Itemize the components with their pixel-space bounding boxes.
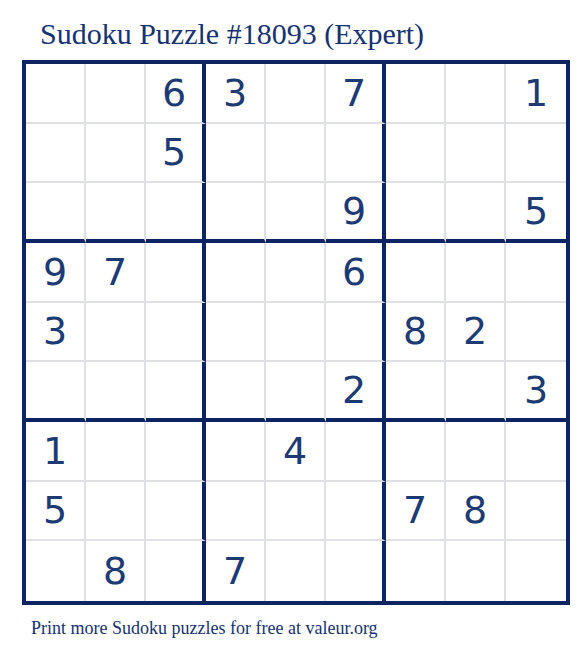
cell-r5c7[interactable]: 8 [386, 303, 446, 363]
cell-r3c3[interactable] [146, 183, 206, 243]
cell-r1c8[interactable] [446, 64, 506, 124]
cell-r2c6[interactable] [326, 124, 386, 184]
cell-r8c5[interactable] [266, 482, 326, 542]
cell-r1c7[interactable] [386, 64, 446, 124]
cell-r5c4[interactable] [206, 303, 266, 363]
cell-r8c7[interactable]: 7 [386, 482, 446, 542]
cell-r7c3[interactable] [146, 422, 206, 482]
cell-r5c5[interactable] [266, 303, 326, 363]
cell-r8c2[interactable] [86, 482, 146, 542]
cell-r6c1[interactable] [26, 362, 86, 422]
cell-r7c4[interactable] [206, 422, 266, 482]
cell-r3c5[interactable] [266, 183, 326, 243]
cell-r4c4[interactable] [206, 243, 266, 303]
sudoku-print-page: Sudoku Puzzle #18093 (Expert) 6371595976… [0, 0, 580, 651]
cell-r3c2[interactable] [86, 183, 146, 243]
cell-r7c6[interactable] [326, 422, 386, 482]
cell-r8c9[interactable] [506, 482, 566, 542]
cell-r4c6[interactable]: 6 [326, 243, 386, 303]
cell-r6c6[interactable]: 2 [326, 362, 386, 422]
cell-r7c5[interactable]: 4 [266, 422, 326, 482]
cell-r4c5[interactable] [266, 243, 326, 303]
cell-r1c3[interactable]: 6 [146, 64, 206, 124]
cell-r1c2[interactable] [86, 64, 146, 124]
cell-r9c9[interactable] [506, 541, 566, 601]
cell-r6c2[interactable] [86, 362, 146, 422]
cell-r5c2[interactable] [86, 303, 146, 363]
cell-r8c3[interactable] [146, 482, 206, 542]
cell-r4c2[interactable]: 7 [86, 243, 146, 303]
page-title: Sudoku Puzzle #18093 (Expert) [0, 0, 580, 51]
cell-r4c9[interactable] [506, 243, 566, 303]
cell-r9c5[interactable] [266, 541, 326, 601]
cell-r2c5[interactable] [266, 124, 326, 184]
cell-r9c6[interactable] [326, 541, 386, 601]
cell-r1c1[interactable] [26, 64, 86, 124]
cell-r3c1[interactable] [26, 183, 86, 243]
cell-r4c3[interactable] [146, 243, 206, 303]
cell-r8c6[interactable] [326, 482, 386, 542]
cell-r7c7[interactable] [386, 422, 446, 482]
cell-r9c2[interactable]: 8 [86, 541, 146, 601]
cell-r3c6[interactable]: 9 [326, 183, 386, 243]
cell-r8c1[interactable]: 5 [26, 482, 86, 542]
cell-r7c8[interactable] [446, 422, 506, 482]
cell-r2c9[interactable] [506, 124, 566, 184]
cell-r9c4[interactable]: 7 [206, 541, 266, 601]
cell-r3c9[interactable]: 5 [506, 183, 566, 243]
cell-r7c9[interactable] [506, 422, 566, 482]
cell-r5c1[interactable]: 3 [26, 303, 86, 363]
cell-r2c7[interactable] [386, 124, 446, 184]
cell-r6c3[interactable] [146, 362, 206, 422]
sudoku-board: 6371595976382231457887 [22, 60, 570, 605]
cell-r4c7[interactable] [386, 243, 446, 303]
cell-r8c8[interactable]: 8 [446, 482, 506, 542]
cell-r9c1[interactable] [26, 541, 86, 601]
cell-r4c1[interactable]: 9 [26, 243, 86, 303]
cell-r5c9[interactable] [506, 303, 566, 363]
cell-r1c6[interactable]: 7 [326, 64, 386, 124]
cell-r6c9[interactable]: 3 [506, 362, 566, 422]
cell-r6c7[interactable] [386, 362, 446, 422]
cell-r1c9[interactable]: 1 [506, 64, 566, 124]
cell-r2c8[interactable] [446, 124, 506, 184]
cell-r9c3[interactable] [146, 541, 206, 601]
cell-r9c7[interactable] [386, 541, 446, 601]
cell-r3c7[interactable] [386, 183, 446, 243]
cell-r1c5[interactable] [266, 64, 326, 124]
cell-r6c5[interactable] [266, 362, 326, 422]
cell-r5c8[interactable]: 2 [446, 303, 506, 363]
cell-r4c8[interactable] [446, 243, 506, 303]
cell-r5c6[interactable] [326, 303, 386, 363]
cell-r2c1[interactable] [26, 124, 86, 184]
cell-r5c3[interactable] [146, 303, 206, 363]
cell-r3c4[interactable] [206, 183, 266, 243]
cell-r8c4[interactable] [206, 482, 266, 542]
cell-r2c3[interactable]: 5 [146, 124, 206, 184]
cell-r3c8[interactable] [446, 183, 506, 243]
cell-r1c4[interactable]: 3 [206, 64, 266, 124]
cell-r6c8[interactable] [446, 362, 506, 422]
cell-r7c1[interactable]: 1 [26, 422, 86, 482]
cell-r2c4[interactable] [206, 124, 266, 184]
cell-r2c2[interactable] [86, 124, 146, 184]
cell-r7c2[interactable] [86, 422, 146, 482]
footer-text: Print more Sudoku puzzles for free at va… [0, 605, 580, 639]
cell-r9c8[interactable] [446, 541, 506, 601]
cell-r6c4[interactable] [206, 362, 266, 422]
